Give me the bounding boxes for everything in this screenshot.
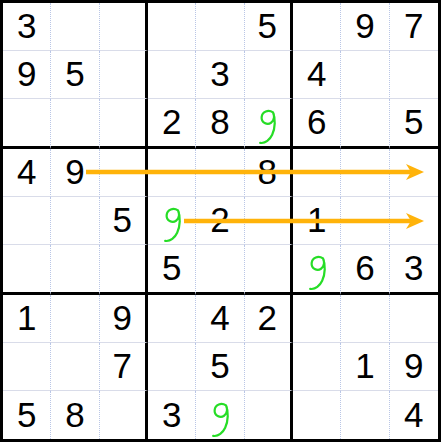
cell-r1c8[interactable]: 9 (341, 3, 389, 51)
cell-r2c4[interactable] (148, 51, 196, 99)
given-digit: 2 (258, 300, 277, 335)
given-digit: 3 (17, 8, 36, 43)
cell-r4c4[interactable] (148, 149, 196, 197)
cell-r6c9[interactable]: 3 (390, 245, 438, 295)
sudoku-grid: 359795342865498521563194275195834 (3, 3, 438, 439)
cell-r6c8[interactable]: 6 (341, 245, 389, 295)
given-digit: 5 (258, 8, 277, 43)
cell-r9c7[interactable] (293, 391, 341, 439)
given-digit: 8 (210, 104, 229, 139)
given-digit: 5 (162, 250, 181, 285)
given-digit: 5 (65, 56, 84, 91)
cell-r4c2[interactable]: 9 (51, 149, 99, 197)
handwritten-9-glyph (305, 254, 329, 292)
handwritten-9-glyph (208, 401, 232, 439)
cell-r3c3[interactable] (100, 99, 148, 149)
given-digit: 4 (210, 300, 229, 335)
cell-r7c3[interactable]: 9 (100, 295, 148, 343)
cell-r5c1[interactable] (3, 197, 51, 245)
cell-r5c4[interactable] (148, 197, 196, 245)
cell-r9c6[interactable] (245, 391, 293, 439)
cell-r2c3[interactable] (100, 51, 148, 99)
cell-r5c6[interactable] (245, 197, 293, 245)
cell-r3c1[interactable] (3, 99, 51, 149)
cell-r1c7[interactable] (293, 3, 341, 51)
cell-r7c2[interactable] (51, 295, 99, 343)
cell-r2c9[interactable] (390, 51, 438, 99)
cell-r8c4[interactable] (148, 343, 196, 391)
handwritten-9-glyph (160, 206, 184, 244)
cell-r6c2[interactable] (51, 245, 99, 295)
cell-r5c2[interactable] (51, 197, 99, 245)
given-digit: 7 (404, 8, 423, 43)
cell-r5c7[interactable]: 1 (293, 197, 341, 245)
given-digit: 4 (404, 397, 423, 432)
sudoku-board: 359795342865498521563194275195834 (0, 0, 441, 442)
given-digit: 5 (113, 202, 132, 237)
cell-r1c1[interactable]: 3 (3, 3, 51, 51)
cell-r3c4[interactable]: 2 (148, 99, 196, 149)
cell-r8c9[interactable]: 9 (390, 343, 438, 391)
cell-r2c7[interactable]: 4 (293, 51, 341, 99)
given-digit: 2 (162, 104, 181, 139)
cell-r9c1[interactable]: 5 (3, 391, 51, 439)
cell-r9c8[interactable] (341, 391, 389, 439)
cell-r9c5[interactable] (196, 391, 244, 439)
cell-r3c6[interactable] (245, 99, 293, 149)
cell-r3c9[interactable]: 5 (390, 99, 438, 149)
cell-r8c8[interactable]: 1 (341, 343, 389, 391)
cell-r7c6[interactable]: 2 (245, 295, 293, 343)
given-digit: 4 (17, 154, 36, 189)
cell-r4c9[interactable] (390, 149, 438, 197)
given-digit: 1 (355, 348, 374, 383)
cell-r3c7[interactable]: 6 (293, 99, 341, 149)
given-digit: 5 (404, 104, 423, 139)
cell-r2c2[interactable]: 5 (51, 51, 99, 99)
cell-r3c2[interactable] (51, 99, 99, 149)
given-digit: 9 (113, 300, 132, 335)
cell-r6c4[interactable]: 5 (148, 245, 196, 295)
cell-r7c4[interactable] (148, 295, 196, 343)
given-digit: 9 (17, 56, 36, 91)
cell-r5c5[interactable]: 2 (196, 197, 244, 245)
cell-r6c1[interactable] (3, 245, 51, 295)
cell-r8c2[interactable] (51, 343, 99, 391)
handwritten-9-glyph (255, 108, 279, 146)
cell-r1c2[interactable] (51, 3, 99, 51)
given-digit: 3 (162, 397, 181, 432)
cell-r8c6[interactable] (245, 343, 293, 391)
given-digit: 6 (307, 104, 326, 139)
cell-r8c1[interactable] (3, 343, 51, 391)
cell-r8c7[interactable] (293, 343, 341, 391)
cell-r6c7[interactable] (293, 245, 341, 295)
cell-r1c3[interactable] (100, 3, 148, 51)
cell-r9c2[interactable]: 8 (51, 391, 99, 439)
cell-r9c4[interactable]: 3 (148, 391, 196, 439)
given-digit: 9 (355, 8, 374, 43)
given-digit: 3 (404, 250, 423, 285)
cell-r4c3[interactable] (100, 149, 148, 197)
given-digit: 3 (210, 56, 229, 91)
cell-r2c6[interactable] (245, 51, 293, 99)
given-digit: 9 (65, 154, 84, 189)
cell-r6c5[interactable] (196, 245, 244, 295)
given-digit: 8 (258, 154, 277, 189)
given-digit: 9 (404, 348, 423, 383)
cell-r1c4[interactable] (148, 3, 196, 51)
cell-r5c9[interactable] (390, 197, 438, 245)
given-digit: 7 (113, 348, 132, 383)
given-digit: 1 (17, 300, 36, 335)
cell-r3c5[interactable]: 8 (196, 99, 244, 149)
cell-r4c7[interactable] (293, 149, 341, 197)
cell-r5c8[interactable] (341, 197, 389, 245)
given-digit: 5 (210, 348, 229, 383)
cell-r4c1[interactable]: 4 (3, 149, 51, 197)
cell-r5c3[interactable]: 5 (100, 197, 148, 245)
sudoku-screenshot: 359795342865498521563194275195834 (0, 0, 441, 442)
given-digit: 1 (307, 202, 326, 237)
given-digit: 8 (65, 397, 84, 432)
cell-r2c8[interactable] (341, 51, 389, 99)
cell-r9c3[interactable] (100, 391, 148, 439)
given-digit: 5 (17, 397, 36, 432)
cell-r2c1[interactable]: 9 (3, 51, 51, 99)
given-digit: 4 (307, 56, 326, 91)
cell-r3c8[interactable] (341, 99, 389, 149)
given-digit: 6 (355, 250, 374, 285)
cell-r4c8[interactable] (341, 149, 389, 197)
cell-r6c3[interactable] (100, 245, 148, 295)
cell-r7c5[interactable]: 4 (196, 295, 244, 343)
cell-r6c6[interactable] (245, 245, 293, 295)
cell-r1c5[interactable] (196, 3, 244, 51)
cell-r4c6[interactable]: 8 (245, 149, 293, 197)
cell-r7c8[interactable] (341, 295, 389, 343)
cell-r7c1[interactable]: 1 (3, 295, 51, 343)
cell-r7c7[interactable] (293, 295, 341, 343)
cell-r2c5[interactable]: 3 (196, 51, 244, 99)
cell-r8c3[interactable]: 7 (100, 343, 148, 391)
cell-r9c9[interactable]: 4 (390, 391, 438, 439)
cell-r4c5[interactable] (196, 149, 244, 197)
cell-r8c5[interactable]: 5 (196, 343, 244, 391)
cell-r7c9[interactable] (390, 295, 438, 343)
given-digit: 2 (210, 202, 229, 237)
cell-r1c6[interactable]: 5 (245, 3, 293, 51)
cell-r1c9[interactable]: 7 (390, 3, 438, 51)
